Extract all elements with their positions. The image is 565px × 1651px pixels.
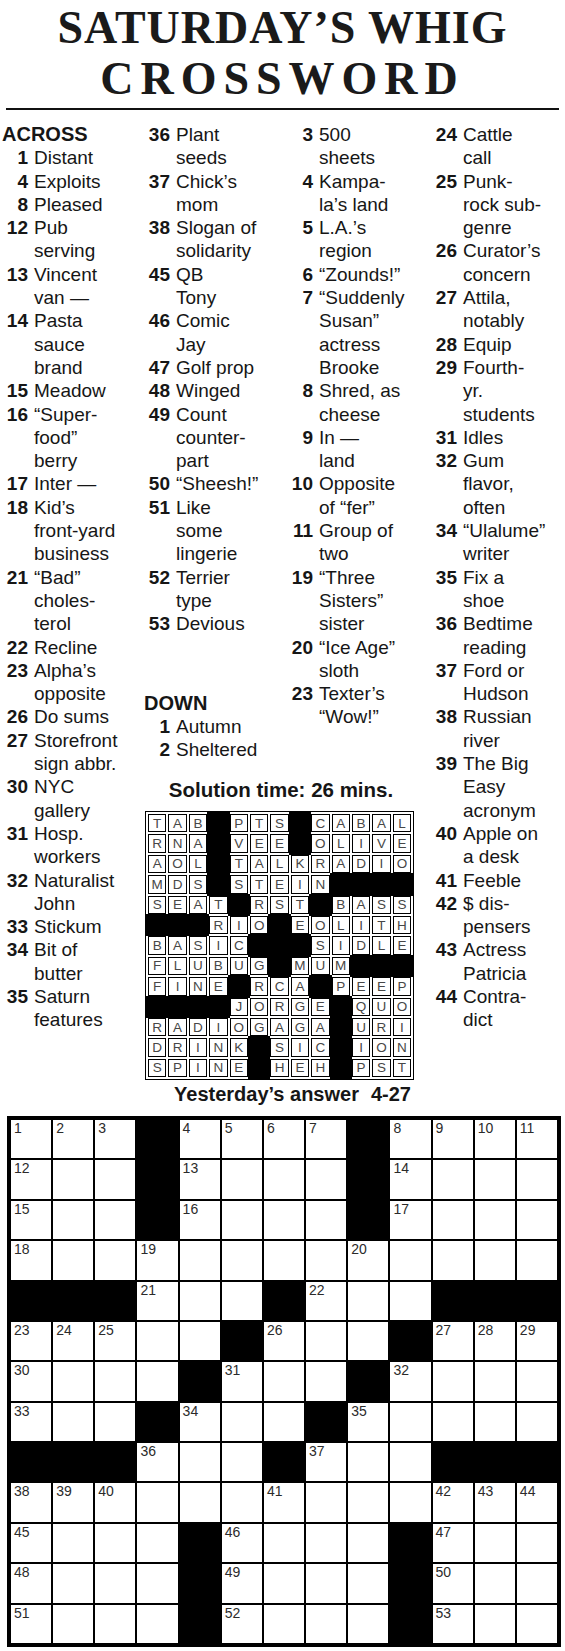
clue-number: 4 <box>287 170 313 193</box>
clue-number: 16 <box>2 403 28 426</box>
puzzle-cell[interactable] <box>347 1482 389 1522</box>
puzzle-cell[interactable]: 34 <box>179 1402 221 1442</box>
puzzle-cell[interactable]: 13 <box>179 1159 221 1199</box>
puzzle-cell[interactable] <box>347 1563 389 1603</box>
puzzle-cell[interactable] <box>136 1604 178 1644</box>
puzzle-cell[interactable] <box>94 1523 136 1563</box>
solution-letter-cell: G <box>291 1018 309 1036</box>
puzzle-cell[interactable] <box>516 1523 558 1563</box>
puzzle-cell[interactable]: 17 <box>389 1200 431 1240</box>
solution-letter-cell: L <box>270 855 288 873</box>
solution-letter-cell: T <box>372 916 390 934</box>
cell-number: 23 <box>14 1323 30 1338</box>
puzzle-cell[interactable]: 42 <box>432 1482 474 1522</box>
puzzle-cell[interactable] <box>474 1402 516 1442</box>
puzzle-cell[interactable] <box>179 1482 221 1522</box>
puzzle-cell[interactable] <box>347 1523 389 1563</box>
clue-text: Attila, notably <box>463 286 524 333</box>
clue-text: Storefront sign abbr. <box>34 729 117 776</box>
puzzle-black-cell <box>432 1442 474 1482</box>
puzzle-cell[interactable] <box>474 1604 516 1644</box>
cell-number: 49 <box>225 1565 241 1580</box>
clue-number: 10 <box>287 472 313 495</box>
puzzle-cell[interactable] <box>389 1402 431 1442</box>
puzzle-cell[interactable] <box>305 1321 347 1361</box>
puzzle-black-cell <box>136 1402 178 1442</box>
puzzle-black-cell <box>432 1281 474 1321</box>
puzzle-cell[interactable] <box>52 1402 94 1442</box>
puzzle-cell[interactable] <box>263 1402 305 1442</box>
solution-letter-cell: S <box>148 1059 166 1077</box>
puzzle-black-cell <box>474 1281 516 1321</box>
clue-text: Kampa- la’s land <box>319 170 388 217</box>
solution-letter-cell: I <box>352 834 370 852</box>
cell-number: 50 <box>436 1565 452 1580</box>
cell-number: 46 <box>225 1525 241 1540</box>
solution-letter-cell: I <box>393 1018 411 1036</box>
clue-number: 43 <box>431 938 457 961</box>
clue-text: 500 sheets <box>319 123 375 170</box>
clue-number: 33 <box>2 915 28 938</box>
puzzle-black-cell <box>347 1119 389 1159</box>
puzzle-cell[interactable] <box>263 1523 305 1563</box>
puzzle-cell[interactable] <box>432 1159 474 1199</box>
solution-letter-cell: S <box>230 875 248 893</box>
solution-letter-cell: T <box>291 896 309 914</box>
solution-black-cell <box>332 1038 350 1056</box>
puzzle-cell[interactable]: 8 <box>389 1119 431 1159</box>
puzzle-cell[interactable] <box>136 1523 178 1563</box>
puzzle-cell[interactable] <box>305 1482 347 1522</box>
clue-number: 32 <box>431 449 457 472</box>
puzzle-cell[interactable]: 31 <box>221 1361 263 1401</box>
puzzle-cell[interactable] <box>52 1240 94 1280</box>
puzzle-cell[interactable] <box>474 1523 516 1563</box>
puzzle-cell[interactable] <box>136 1321 178 1361</box>
puzzle-cell[interactable] <box>52 1361 94 1401</box>
solution-black-cell <box>393 957 411 975</box>
solution-letter-cell: I <box>209 936 227 954</box>
clue-text: Exploits <box>34 170 101 193</box>
puzzle-cell[interactable]: 36 <box>136 1442 178 1482</box>
clue-text: Hosp. workers <box>34 822 101 869</box>
clue-text: Alpha’s opposite <box>34 659 106 706</box>
solution-letter-cell: J <box>230 998 248 1016</box>
clue: 35Fix a shoe <box>431 566 565 613</box>
puzzle-cell[interactable] <box>305 1159 347 1199</box>
puzzle-cell[interactable] <box>516 1240 558 1280</box>
solution-black-cell <box>209 998 227 1016</box>
solution-letter-cell: D <box>148 1038 166 1056</box>
puzzle-cell[interactable] <box>516 1604 558 1644</box>
solution-black-cell <box>230 977 248 995</box>
puzzle-cell[interactable]: 20 <box>347 1240 389 1280</box>
clue-number: 30 <box>2 775 28 798</box>
solution-letter-cell: S <box>270 814 288 832</box>
puzzle-cell[interactable] <box>263 1200 305 1240</box>
puzzle-cell[interactable] <box>263 1361 305 1401</box>
puzzle-cell[interactable] <box>474 1159 516 1199</box>
solution-letter-cell: O <box>311 916 329 934</box>
puzzle-black-cell <box>52 1442 94 1482</box>
puzzle-cell[interactable] <box>136 1563 178 1603</box>
cell-number: 10 <box>478 1121 494 1136</box>
puzzle-cell[interactable] <box>347 1321 389 1361</box>
solution-black-cell <box>168 998 186 1016</box>
puzzle-cell[interactable]: 48 <box>10 1563 52 1603</box>
cell-number: 3 <box>98 1121 106 1136</box>
clue: 1Distant <box>2 146 143 169</box>
solution-black-cell <box>332 998 350 1016</box>
puzzle-cell[interactable] <box>389 1240 431 1280</box>
solution-letter-cell: P <box>168 1059 186 1077</box>
puzzle-cell[interactable] <box>52 1200 94 1240</box>
solution-black-cell <box>270 957 288 975</box>
puzzle-cell[interactable]: 46 <box>221 1523 263 1563</box>
clue-text: Ford or Hudson <box>463 659 529 706</box>
solution-black-cell <box>311 896 329 914</box>
cell-number: 38 <box>14 1484 30 1499</box>
cell-number: 21 <box>140 1283 156 1298</box>
clue-number: 37 <box>144 170 170 193</box>
puzzle-cell[interactable]: 16 <box>179 1200 221 1240</box>
solution-letter-cell: P <box>393 977 411 995</box>
puzzle-cell[interactable]: 7 <box>305 1119 347 1159</box>
clue: 38Russian river <box>431 705 565 752</box>
cell-number: 45 <box>14 1525 30 1540</box>
clue-column-3: 3500 sheets4Kampa- la’s land5L.A.’s regi… <box>287 123 429 729</box>
clue-text: Opposite of “fer” <box>319 472 395 519</box>
solution-letter-cell: L <box>393 814 411 832</box>
puzzle-cell[interactable]: 50 <box>432 1563 474 1603</box>
clue-number: 45 <box>144 263 170 286</box>
puzzle-cell[interactable] <box>347 1281 389 1321</box>
solution-letter-cell: A <box>332 855 350 873</box>
puzzle-cell[interactable] <box>263 1159 305 1199</box>
solution-black-cell <box>372 875 390 893</box>
cell-number: 5 <box>225 1121 233 1136</box>
puzzle-cell[interactable] <box>221 1281 263 1321</box>
puzzle-cell[interactable]: 33 <box>10 1402 52 1442</box>
puzzle-cell[interactable]: 43 <box>474 1482 516 1522</box>
clue-number: 9 <box>287 426 313 449</box>
clue: 5L.A.’s region <box>287 216 429 263</box>
puzzle-cell[interactable]: 4 <box>179 1119 221 1159</box>
puzzle-cell[interactable] <box>516 1402 558 1442</box>
clue: 20“Ice Age” sloth <box>287 636 429 683</box>
clue-number: 2 <box>144 738 170 761</box>
clue-number: 22 <box>2 636 28 659</box>
solution-letter-cell: R <box>148 1018 166 1036</box>
clue: 32Naturalist John <box>2 869 143 916</box>
clue: 40Apple on a desk <box>431 822 565 869</box>
puzzle-cell[interactable]: 5 <box>221 1119 263 1159</box>
puzzle-black-cell <box>94 1442 136 1482</box>
puzzle-cell[interactable] <box>263 1563 305 1603</box>
puzzle-cell[interactable] <box>94 1563 136 1603</box>
solution-letter-cell: N <box>209 1038 227 1056</box>
clue-text: Shred, as cheese <box>319 379 400 426</box>
clue-number: 35 <box>2 985 28 1008</box>
puzzle-cell[interactable]: 28 <box>474 1321 516 1361</box>
puzzle-cell[interactable] <box>305 1523 347 1563</box>
solution-letter-cell: U <box>352 1018 370 1036</box>
puzzle-cell[interactable] <box>52 1563 94 1603</box>
solution-letter-cell: E <box>393 936 411 954</box>
cell-number: 39 <box>56 1484 72 1499</box>
puzzle-cell[interactable] <box>94 1604 136 1644</box>
puzzle-cell[interactable] <box>52 1159 94 1199</box>
puzzle-cell[interactable]: 35 <box>347 1402 389 1442</box>
puzzle-cell[interactable]: 6 <box>263 1119 305 1159</box>
solution-letter-cell: C <box>270 977 288 995</box>
cell-number: 47 <box>436 1525 452 1540</box>
puzzle-cell[interactable] <box>305 1604 347 1644</box>
puzzle-cell[interactable] <box>389 1281 431 1321</box>
puzzle-cell[interactable]: 25 <box>94 1321 136 1361</box>
puzzle-cell[interactable] <box>221 1482 263 1522</box>
solution-letter-cell: I <box>189 1059 207 1077</box>
puzzle-cell[interactable] <box>474 1200 516 1240</box>
puzzle-cell[interactable]: 44 <box>516 1482 558 1522</box>
puzzle-cell[interactable]: 41 <box>263 1482 305 1522</box>
solution-letter-cell: O <box>250 998 268 1016</box>
clue-number: 18 <box>2 496 28 519</box>
solution-black-cell <box>270 916 288 934</box>
clue-text: Autumn <box>176 715 241 738</box>
puzzle-cell[interactable] <box>432 1240 474 1280</box>
down-header: DOWN <box>144 692 285 715</box>
clue: 22Recline <box>2 636 143 659</box>
puzzle-cell[interactable] <box>305 1200 347 1240</box>
puzzle-cell[interactable]: 52 <box>221 1604 263 1644</box>
puzzle-cell[interactable]: 45 <box>10 1523 52 1563</box>
puzzle-cell[interactable]: 15 <box>10 1200 52 1240</box>
puzzle-cell[interactable]: 11 <box>516 1119 558 1159</box>
solution-black-cell <box>393 875 411 893</box>
solution-black-cell <box>291 834 309 852</box>
clue-number: 27 <box>2 729 28 752</box>
puzzle-cell[interactable]: 32 <box>389 1361 431 1401</box>
clue-text: Plant seeds <box>176 123 227 170</box>
puzzle-cell[interactable] <box>474 1563 516 1603</box>
puzzle-black-cell <box>179 1604 221 1644</box>
puzzle-cell[interactable]: 14 <box>389 1159 431 1199</box>
puzzle-cell[interactable]: 19 <box>136 1240 178 1280</box>
puzzle-cell[interactable] <box>221 1200 263 1240</box>
puzzle-black-cell <box>221 1321 263 1361</box>
puzzle-cell[interactable]: 12 <box>10 1159 52 1199</box>
puzzle-cell[interactable]: 22 <box>305 1281 347 1321</box>
clue-number: 25 <box>431 170 457 193</box>
puzzle-cell[interactable] <box>432 1361 474 1401</box>
cell-number: 18 <box>14 1242 30 1257</box>
solution-letter-cell: R <box>209 916 227 934</box>
cell-number: 51 <box>14 1606 30 1621</box>
cell-number: 32 <box>393 1363 409 1378</box>
clue-text: “Suddenly Susan” actress Brooke <box>319 286 405 379</box>
clue-number: 1 <box>2 146 28 169</box>
puzzle-cell[interactable] <box>263 1240 305 1280</box>
cell-number: 27 <box>436 1323 452 1338</box>
clue-text: “Zounds!” <box>319 263 400 286</box>
puzzle-cell[interactable] <box>305 1563 347 1603</box>
puzzle-cell[interactable]: 24 <box>52 1321 94 1361</box>
puzzle-cell[interactable] <box>432 1402 474 1442</box>
clue: 9In — land <box>287 426 429 473</box>
clue-number: 41 <box>431 869 457 892</box>
puzzle-cell[interactable]: 39 <box>52 1482 94 1522</box>
clue-number: 53 <box>144 612 170 635</box>
puzzle-cell[interactable]: 40 <box>94 1482 136 1522</box>
cell-number: 48 <box>14 1565 30 1580</box>
clue-text: Like some lingerie <box>176 496 237 566</box>
clue-text: Distant <box>34 146 93 169</box>
solution-letter-cell: M <box>332 957 350 975</box>
puzzle-cell[interactable] <box>432 1200 474 1240</box>
puzzle-cell[interactable]: 18 <box>10 1240 52 1280</box>
puzzle-cell[interactable]: 37 <box>305 1442 347 1482</box>
solution-black-cell <box>291 936 309 954</box>
puzzle-cell[interactable] <box>221 1402 263 1442</box>
puzzle-cell[interactable] <box>94 1361 136 1401</box>
solution-letter-cell: D <box>189 1018 207 1036</box>
solution-letter-cell: T <box>230 855 248 873</box>
solution-letter-cell: T <box>250 814 268 832</box>
cell-number: 40 <box>98 1484 114 1499</box>
puzzle-cell[interactable]: 38 <box>10 1482 52 1522</box>
puzzle-cell[interactable] <box>179 1321 221 1361</box>
clue-column-1: ACROSS1Distant4Exploits8Pleased12Pub ser… <box>2 123 143 1032</box>
cell-number: 6 <box>267 1121 275 1136</box>
puzzle-cell[interactable] <box>179 1442 221 1482</box>
puzzle-cell[interactable] <box>94 1402 136 1442</box>
solution-letter-cell: U <box>230 957 248 975</box>
puzzle-cell[interactable]: 53 <box>432 1604 474 1644</box>
solution-letter-cell: E <box>311 998 329 1016</box>
puzzle-cell[interactable] <box>221 1442 263 1482</box>
puzzle-cell[interactable] <box>221 1240 263 1280</box>
puzzle-cell[interactable] <box>94 1240 136 1280</box>
puzzle-cell[interactable]: 21 <box>136 1281 178 1321</box>
puzzle-cell[interactable]: 9 <box>432 1119 474 1159</box>
puzzle-cell[interactable] <box>179 1240 221 1280</box>
cell-number: 26 <box>267 1323 283 1338</box>
puzzle-cell[interactable] <box>389 1442 431 1482</box>
across-header: ACROSS <box>2 123 143 146</box>
puzzle-cell[interactable] <box>474 1240 516 1280</box>
puzzle-cell[interactable]: 27 <box>432 1321 474 1361</box>
cell-number: 1 <box>14 1121 22 1136</box>
clue-text: Feeble <box>463 869 521 892</box>
clue-text: Idles <box>463 426 503 449</box>
puzzle-black-cell <box>347 1159 389 1199</box>
puzzle-cell[interactable] <box>52 1604 94 1644</box>
solution-letter-cell: A <box>250 855 268 873</box>
clue: 37Ford or Hudson <box>431 659 565 706</box>
puzzle-cell[interactable] <box>136 1361 178 1401</box>
clue: 35Saturn features <box>2 985 143 1032</box>
puzzle-cell[interactable] <box>263 1604 305 1644</box>
puzzle-cell[interactable]: 26 <box>263 1321 305 1361</box>
clue-text: Contra- dict <box>463 985 526 1032</box>
puzzle-cell[interactable]: 47 <box>432 1523 474 1563</box>
clue-text: Stickum <box>34 915 102 938</box>
puzzle-cell[interactable] <box>94 1200 136 1240</box>
puzzle-cell[interactable]: 2 <box>52 1119 94 1159</box>
puzzle-black-cell <box>52 1281 94 1321</box>
puzzle-cell[interactable]: 29 <box>516 1321 558 1361</box>
puzzle-cell[interactable] <box>136 1482 178 1522</box>
puzzle-cell[interactable] <box>474 1361 516 1401</box>
cell-number: 20 <box>351 1242 367 1257</box>
puzzle-cell[interactable]: 51 <box>10 1604 52 1644</box>
clue: 7“Suddenly Susan” actress Brooke <box>287 286 429 379</box>
solution-black-cell <box>148 998 166 1016</box>
puzzle-cell[interactable]: 30 <box>10 1361 52 1401</box>
clue: 4Kampa- la’s land <box>287 170 429 217</box>
cell-number: 25 <box>98 1323 114 1338</box>
solution-letter-cell: R <box>250 896 268 914</box>
clue-text: Bit of butter <box>34 938 83 985</box>
solution-letter-cell: B <box>209 957 227 975</box>
puzzle-cell[interactable] <box>179 1281 221 1321</box>
puzzle-cell[interactable] <box>516 1159 558 1199</box>
solution-letter-cell: P <box>352 1059 370 1077</box>
clue-number: 32 <box>2 869 28 892</box>
puzzle-black-cell <box>179 1563 221 1603</box>
clue-number: 26 <box>2 705 28 728</box>
clue: 27Storefront sign abbr. <box>2 729 143 776</box>
puzzle-cell[interactable]: 49 <box>221 1563 263 1603</box>
puzzle-cell[interactable] <box>516 1200 558 1240</box>
clue: 49Count counter- part <box>144 403 285 473</box>
puzzle-black-cell <box>516 1442 558 1482</box>
solution-letter-cell: O <box>168 855 186 873</box>
clue: 27Attila, notably <box>431 286 565 333</box>
cell-number: 43 <box>478 1484 494 1499</box>
clue: 1Autumn <box>144 715 285 738</box>
clue: 50“Sheesh!” <box>144 472 285 495</box>
solution-black-cell <box>352 875 370 893</box>
puzzle-cell[interactable] <box>347 1604 389 1644</box>
clue-number: 11 <box>287 519 313 542</box>
solution-letter-cell: E <box>291 1059 309 1077</box>
solution-letter-cell: A <box>189 834 207 852</box>
puzzle-cell[interactable]: 1 <box>10 1119 52 1159</box>
puzzle-black-cell <box>347 1200 389 1240</box>
clue-text: Vincent van — <box>34 263 97 310</box>
puzzle-cell[interactable] <box>305 1361 347 1401</box>
clue-text: Punk- rock sub- genre <box>463 170 541 240</box>
puzzle-cell[interactable] <box>389 1482 431 1522</box>
clue-text: Devious <box>176 612 245 635</box>
clue-text: Group of two <box>319 519 393 566</box>
puzzle-cell[interactable] <box>94 1159 136 1199</box>
puzzle-cell[interactable]: 23 <box>10 1321 52 1361</box>
clue-number: 39 <box>431 752 457 775</box>
puzzle-cell[interactable] <box>305 1240 347 1280</box>
solution-letter-cell: N <box>209 1059 227 1077</box>
puzzle-cell[interactable] <box>221 1159 263 1199</box>
puzzle-cell[interactable]: 3 <box>94 1119 136 1159</box>
puzzle-cell[interactable] <box>52 1523 94 1563</box>
puzzle-cell[interactable]: 10 <box>474 1119 516 1159</box>
puzzle-cell[interactable] <box>516 1563 558 1603</box>
puzzle-cell[interactable] <box>516 1361 558 1401</box>
puzzle-cell[interactable] <box>347 1442 389 1482</box>
clue-number: 34 <box>2 938 28 961</box>
